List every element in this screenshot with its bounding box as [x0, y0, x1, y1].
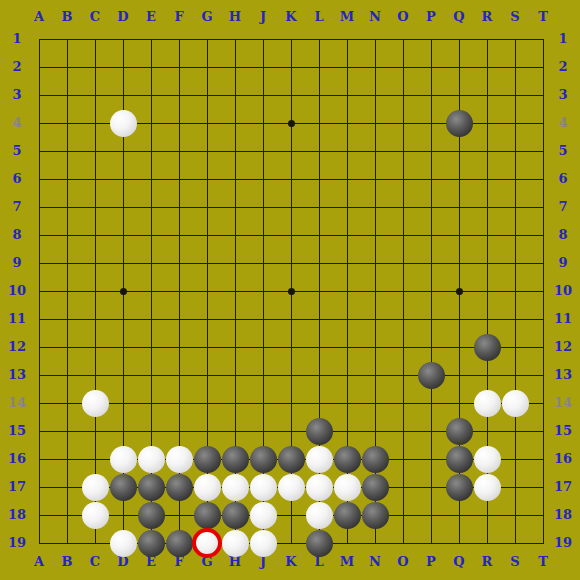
- intersection-L6[interactable]: [305, 165, 333, 193]
- intersection-R8[interactable]: [473, 221, 501, 249]
- intersection-R9[interactable]: [473, 249, 501, 277]
- intersection-T1[interactable]: [529, 25, 557, 53]
- intersection-D9[interactable]: [109, 249, 137, 277]
- intersection-T3[interactable]: [529, 81, 557, 109]
- intersection-K9[interactable]: [277, 249, 305, 277]
- intersection-B12[interactable]: [53, 333, 81, 361]
- intersection-Q4[interactable]: [445, 109, 473, 137]
- intersection-E9[interactable]: [137, 249, 165, 277]
- intersection-D13[interactable]: [109, 361, 137, 389]
- intersection-Q12[interactable]: [445, 333, 473, 361]
- intersection-S12[interactable]: [501, 333, 529, 361]
- intersection-L8[interactable]: [305, 221, 333, 249]
- intersection-T4[interactable]: [529, 109, 557, 137]
- intersection-B1[interactable]: [53, 25, 81, 53]
- intersection-P7[interactable]: [417, 193, 445, 221]
- intersection-E14[interactable]: [137, 389, 165, 417]
- intersection-T5[interactable]: [529, 137, 557, 165]
- intersection-T15[interactable]: [529, 417, 557, 445]
- intersection-S6[interactable]: [501, 165, 529, 193]
- intersection-L11[interactable]: [305, 305, 333, 333]
- intersection-G11[interactable]: [193, 305, 221, 333]
- intersection-H9[interactable]: [221, 249, 249, 277]
- intersection-H1[interactable]: [221, 25, 249, 53]
- intersection-S5[interactable]: [501, 137, 529, 165]
- intersection-D2[interactable]: [109, 53, 137, 81]
- intersection-H15[interactable]: [221, 417, 249, 445]
- intersection-O16[interactable]: [389, 445, 417, 473]
- intersection-D12[interactable]: [109, 333, 137, 361]
- intersection-E8[interactable]: [137, 221, 165, 249]
- intersection-S19[interactable]: [501, 529, 529, 557]
- intersection-P1[interactable]: [417, 25, 445, 53]
- intersection-O18[interactable]: [389, 501, 417, 529]
- intersection-F9[interactable]: [165, 249, 193, 277]
- intersection-K12[interactable]: [277, 333, 305, 361]
- intersection-C15[interactable]: [81, 417, 109, 445]
- intersection-A14[interactable]: [25, 389, 53, 417]
- intersection-O17[interactable]: [389, 473, 417, 501]
- intersection-A13[interactable]: [25, 361, 53, 389]
- intersection-C13[interactable]: [81, 361, 109, 389]
- intersection-N4[interactable]: [361, 109, 389, 137]
- intersection-L12[interactable]: [305, 333, 333, 361]
- intersection-B8[interactable]: [53, 221, 81, 249]
- intersection-S10[interactable]: [501, 277, 529, 305]
- intersection-M17[interactable]: [333, 473, 361, 501]
- intersection-N16[interactable]: [361, 445, 389, 473]
- intersection-D6[interactable]: [109, 165, 137, 193]
- intersection-R5[interactable]: [473, 137, 501, 165]
- intersection-B3[interactable]: [53, 81, 81, 109]
- intersection-N8[interactable]: [361, 221, 389, 249]
- intersection-B14[interactable]: [53, 389, 81, 417]
- intersection-K18[interactable]: [277, 501, 305, 529]
- intersection-S16[interactable]: [501, 445, 529, 473]
- intersection-B18[interactable]: [53, 501, 81, 529]
- intersection-N12[interactable]: [361, 333, 389, 361]
- intersection-E2[interactable]: [137, 53, 165, 81]
- intersection-Q8[interactable]: [445, 221, 473, 249]
- intersection-L15[interactable]: [305, 417, 333, 445]
- intersection-E16[interactable]: [137, 445, 165, 473]
- intersection-C6[interactable]: [81, 165, 109, 193]
- intersection-N10[interactable]: [361, 277, 389, 305]
- intersection-O3[interactable]: [389, 81, 417, 109]
- intersection-Q10[interactable]: [445, 277, 473, 305]
- intersection-H12[interactable]: [221, 333, 249, 361]
- intersection-D17[interactable]: [109, 473, 137, 501]
- intersection-B19[interactable]: [53, 529, 81, 557]
- intersection-F12[interactable]: [165, 333, 193, 361]
- intersection-S18[interactable]: [501, 501, 529, 529]
- intersection-F4[interactable]: [165, 109, 193, 137]
- intersection-D11[interactable]: [109, 305, 137, 333]
- intersection-P14[interactable]: [417, 389, 445, 417]
- intersection-S1[interactable]: [501, 25, 529, 53]
- intersection-F8[interactable]: [165, 221, 193, 249]
- intersection-G17[interactable]: [193, 473, 221, 501]
- intersection-O13[interactable]: [389, 361, 417, 389]
- intersection-L18[interactable]: [305, 501, 333, 529]
- intersection-Q13[interactable]: [445, 361, 473, 389]
- intersection-P3[interactable]: [417, 81, 445, 109]
- intersection-L13[interactable]: [305, 361, 333, 389]
- intersection-G10[interactable]: [193, 277, 221, 305]
- intersection-E17[interactable]: [137, 473, 165, 501]
- intersection-M16[interactable]: [333, 445, 361, 473]
- intersection-E13[interactable]: [137, 361, 165, 389]
- intersection-D3[interactable]: [109, 81, 137, 109]
- intersection-F13[interactable]: [165, 361, 193, 389]
- intersection-P13[interactable]: [417, 361, 445, 389]
- intersection-O6[interactable]: [389, 165, 417, 193]
- intersection-K6[interactable]: [277, 165, 305, 193]
- intersection-H10[interactable]: [221, 277, 249, 305]
- intersection-E7[interactable]: [137, 193, 165, 221]
- intersection-T12[interactable]: [529, 333, 557, 361]
- intersection-G12[interactable]: [193, 333, 221, 361]
- intersection-H17[interactable]: [221, 473, 249, 501]
- intersection-H6[interactable]: [221, 165, 249, 193]
- intersection-J16[interactable]: [249, 445, 277, 473]
- intersection-M6[interactable]: [333, 165, 361, 193]
- intersection-M14[interactable]: [333, 389, 361, 417]
- intersection-B2[interactable]: [53, 53, 81, 81]
- intersection-J17[interactable]: [249, 473, 277, 501]
- intersection-B10[interactable]: [53, 277, 81, 305]
- intersection-Q19[interactable]: [445, 529, 473, 557]
- intersection-J13[interactable]: [249, 361, 277, 389]
- intersection-P16[interactable]: [417, 445, 445, 473]
- intersection-K1[interactable]: [277, 25, 305, 53]
- intersection-J18[interactable]: [249, 501, 277, 529]
- intersection-F10[interactable]: [165, 277, 193, 305]
- intersection-L19[interactable]: [305, 529, 333, 557]
- intersection-K17[interactable]: [277, 473, 305, 501]
- intersection-D5[interactable]: [109, 137, 137, 165]
- intersection-P2[interactable]: [417, 53, 445, 81]
- intersection-H18[interactable]: [221, 501, 249, 529]
- intersection-T16[interactable]: [529, 445, 557, 473]
- intersection-M13[interactable]: [333, 361, 361, 389]
- intersection-Q17[interactable]: [445, 473, 473, 501]
- intersection-B15[interactable]: [53, 417, 81, 445]
- intersection-N14[interactable]: [361, 389, 389, 417]
- intersection-S17[interactable]: [501, 473, 529, 501]
- intersection-P17[interactable]: [417, 473, 445, 501]
- intersection-Q6[interactable]: [445, 165, 473, 193]
- intersection-A9[interactable]: [25, 249, 53, 277]
- intersection-D10[interactable]: [109, 277, 137, 305]
- intersection-T9[interactable]: [529, 249, 557, 277]
- intersection-C12[interactable]: [81, 333, 109, 361]
- intersection-A11[interactable]: [25, 305, 53, 333]
- intersection-L16[interactable]: [305, 445, 333, 473]
- intersection-C18[interactable]: [81, 501, 109, 529]
- intersection-L14[interactable]: [305, 389, 333, 417]
- intersection-L2[interactable]: [305, 53, 333, 81]
- intersection-P12[interactable]: [417, 333, 445, 361]
- intersection-B6[interactable]: [53, 165, 81, 193]
- intersection-O7[interactable]: [389, 193, 417, 221]
- intersection-M12[interactable]: [333, 333, 361, 361]
- intersection-Q14[interactable]: [445, 389, 473, 417]
- intersection-T8[interactable]: [529, 221, 557, 249]
- intersection-H2[interactable]: [221, 53, 249, 81]
- intersection-H16[interactable]: [221, 445, 249, 473]
- intersection-A12[interactable]: [25, 333, 53, 361]
- intersection-A6[interactable]: [25, 165, 53, 193]
- intersection-S7[interactable]: [501, 193, 529, 221]
- intersection-F3[interactable]: [165, 81, 193, 109]
- intersection-L4[interactable]: [305, 109, 333, 137]
- intersection-T7[interactable]: [529, 193, 557, 221]
- intersection-K14[interactable]: [277, 389, 305, 417]
- intersection-A18[interactable]: [25, 501, 53, 529]
- intersection-S2[interactable]: [501, 53, 529, 81]
- intersection-R4[interactable]: [473, 109, 501, 137]
- intersection-L5[interactable]: [305, 137, 333, 165]
- intersection-K3[interactable]: [277, 81, 305, 109]
- intersection-D8[interactable]: [109, 221, 137, 249]
- intersection-E12[interactable]: [137, 333, 165, 361]
- intersection-J7[interactable]: [249, 193, 277, 221]
- intersection-Q7[interactable]: [445, 193, 473, 221]
- intersection-H8[interactable]: [221, 221, 249, 249]
- intersection-Q3[interactable]: [445, 81, 473, 109]
- intersection-D14[interactable]: [109, 389, 137, 417]
- intersection-M7[interactable]: [333, 193, 361, 221]
- intersection-Q11[interactable]: [445, 305, 473, 333]
- intersection-O19[interactable]: [389, 529, 417, 557]
- intersection-E11[interactable]: [137, 305, 165, 333]
- intersection-G14[interactable]: [193, 389, 221, 417]
- intersection-J14[interactable]: [249, 389, 277, 417]
- intersection-A15[interactable]: [25, 417, 53, 445]
- intersection-G2[interactable]: [193, 53, 221, 81]
- intersection-S13[interactable]: [501, 361, 529, 389]
- intersection-E19[interactable]: [137, 529, 165, 557]
- intersection-T14[interactable]: [529, 389, 557, 417]
- intersection-F18[interactable]: [165, 501, 193, 529]
- intersection-O1[interactable]: [389, 25, 417, 53]
- intersection-E6[interactable]: [137, 165, 165, 193]
- intersection-G19[interactable]: [193, 529, 221, 557]
- intersection-P11[interactable]: [417, 305, 445, 333]
- intersection-O10[interactable]: [389, 277, 417, 305]
- intersection-H11[interactable]: [221, 305, 249, 333]
- intersection-J12[interactable]: [249, 333, 277, 361]
- intersection-N3[interactable]: [361, 81, 389, 109]
- intersection-F16[interactable]: [165, 445, 193, 473]
- intersection-L7[interactable]: [305, 193, 333, 221]
- intersection-E1[interactable]: [137, 25, 165, 53]
- intersection-R3[interactable]: [473, 81, 501, 109]
- intersection-C16[interactable]: [81, 445, 109, 473]
- intersection-E18[interactable]: [137, 501, 165, 529]
- intersection-C8[interactable]: [81, 221, 109, 249]
- intersection-A1[interactable]: [25, 25, 53, 53]
- intersection-C17[interactable]: [81, 473, 109, 501]
- intersection-B7[interactable]: [53, 193, 81, 221]
- intersection-O14[interactable]: [389, 389, 417, 417]
- intersection-K10[interactable]: [277, 277, 305, 305]
- intersection-E15[interactable]: [137, 417, 165, 445]
- intersection-B16[interactable]: [53, 445, 81, 473]
- intersection-J4[interactable]: [249, 109, 277, 137]
- intersection-F1[interactable]: [165, 25, 193, 53]
- intersection-G1[interactable]: [193, 25, 221, 53]
- intersection-R16[interactable]: [473, 445, 501, 473]
- intersection-P18[interactable]: [417, 501, 445, 529]
- intersection-N9[interactable]: [361, 249, 389, 277]
- intersection-N1[interactable]: [361, 25, 389, 53]
- intersection-P19[interactable]: [417, 529, 445, 557]
- intersection-G5[interactable]: [193, 137, 221, 165]
- intersection-H4[interactable]: [221, 109, 249, 137]
- intersection-M19[interactable]: [333, 529, 361, 557]
- intersection-J3[interactable]: [249, 81, 277, 109]
- intersection-C5[interactable]: [81, 137, 109, 165]
- intersection-B5[interactable]: [53, 137, 81, 165]
- intersection-H3[interactable]: [221, 81, 249, 109]
- intersection-D16[interactable]: [109, 445, 137, 473]
- intersection-O4[interactable]: [389, 109, 417, 137]
- intersection-K15[interactable]: [277, 417, 305, 445]
- intersection-K19[interactable]: [277, 529, 305, 557]
- intersection-C7[interactable]: [81, 193, 109, 221]
- intersection-P10[interactable]: [417, 277, 445, 305]
- intersection-T13[interactable]: [529, 361, 557, 389]
- intersection-Q18[interactable]: [445, 501, 473, 529]
- intersection-H19[interactable]: [221, 529, 249, 557]
- intersection-J10[interactable]: [249, 277, 277, 305]
- intersection-M4[interactable]: [333, 109, 361, 137]
- intersection-E10[interactable]: [137, 277, 165, 305]
- intersection-D19[interactable]: [109, 529, 137, 557]
- intersection-G7[interactable]: [193, 193, 221, 221]
- intersection-O12[interactable]: [389, 333, 417, 361]
- intersection-B9[interactable]: [53, 249, 81, 277]
- intersection-R14[interactable]: [473, 389, 501, 417]
- intersection-J19[interactable]: [249, 529, 277, 557]
- intersection-C1[interactable]: [81, 25, 109, 53]
- intersection-A2[interactable]: [25, 53, 53, 81]
- intersection-Q15[interactable]: [445, 417, 473, 445]
- intersection-L3[interactable]: [305, 81, 333, 109]
- intersection-O9[interactable]: [389, 249, 417, 277]
- intersection-L9[interactable]: [305, 249, 333, 277]
- intersection-N19[interactable]: [361, 529, 389, 557]
- intersection-T2[interactable]: [529, 53, 557, 81]
- intersection-O2[interactable]: [389, 53, 417, 81]
- intersection-B17[interactable]: [53, 473, 81, 501]
- intersection-G4[interactable]: [193, 109, 221, 137]
- intersection-Q5[interactable]: [445, 137, 473, 165]
- intersection-A5[interactable]: [25, 137, 53, 165]
- intersection-N17[interactable]: [361, 473, 389, 501]
- intersection-M15[interactable]: [333, 417, 361, 445]
- intersection-F15[interactable]: [165, 417, 193, 445]
- intersection-G8[interactable]: [193, 221, 221, 249]
- intersection-G6[interactable]: [193, 165, 221, 193]
- intersection-B4[interactable]: [53, 109, 81, 137]
- intersection-Q9[interactable]: [445, 249, 473, 277]
- intersection-F7[interactable]: [165, 193, 193, 221]
- intersection-G13[interactable]: [193, 361, 221, 389]
- intersection-G16[interactable]: [193, 445, 221, 473]
- intersection-R10[interactable]: [473, 277, 501, 305]
- intersection-N7[interactable]: [361, 193, 389, 221]
- intersection-K8[interactable]: [277, 221, 305, 249]
- intersection-F5[interactable]: [165, 137, 193, 165]
- intersection-T19[interactable]: [529, 529, 557, 557]
- intersection-K7[interactable]: [277, 193, 305, 221]
- intersection-L10[interactable]: [305, 277, 333, 305]
- intersection-R11[interactable]: [473, 305, 501, 333]
- intersection-F14[interactable]: [165, 389, 193, 417]
- intersection-N6[interactable]: [361, 165, 389, 193]
- intersection-C11[interactable]: [81, 305, 109, 333]
- intersection-R15[interactable]: [473, 417, 501, 445]
- intersection-O5[interactable]: [389, 137, 417, 165]
- intersection-E5[interactable]: [137, 137, 165, 165]
- intersection-J15[interactable]: [249, 417, 277, 445]
- intersection-A4[interactable]: [25, 109, 53, 137]
- intersection-J8[interactable]: [249, 221, 277, 249]
- intersection-O11[interactable]: [389, 305, 417, 333]
- intersection-C3[interactable]: [81, 81, 109, 109]
- intersection-T11[interactable]: [529, 305, 557, 333]
- intersection-O15[interactable]: [389, 417, 417, 445]
- intersection-P4[interactable]: [417, 109, 445, 137]
- intersection-M3[interactable]: [333, 81, 361, 109]
- intersection-O8[interactable]: [389, 221, 417, 249]
- intersection-D18[interactable]: [109, 501, 137, 529]
- intersection-A17[interactable]: [25, 473, 53, 501]
- intersection-P6[interactable]: [417, 165, 445, 193]
- intersection-L17[interactable]: [305, 473, 333, 501]
- intersection-F11[interactable]: [165, 305, 193, 333]
- intersection-T17[interactable]: [529, 473, 557, 501]
- intersection-A19[interactable]: [25, 529, 53, 557]
- intersection-T10[interactable]: [529, 277, 557, 305]
- intersection-S3[interactable]: [501, 81, 529, 109]
- intersection-F6[interactable]: [165, 165, 193, 193]
- intersection-R7[interactable]: [473, 193, 501, 221]
- intersection-S9[interactable]: [501, 249, 529, 277]
- intersection-M8[interactable]: [333, 221, 361, 249]
- intersection-Q1[interactable]: [445, 25, 473, 53]
- intersection-N5[interactable]: [361, 137, 389, 165]
- intersection-N2[interactable]: [361, 53, 389, 81]
- intersection-C19[interactable]: [81, 529, 109, 557]
- intersection-N15[interactable]: [361, 417, 389, 445]
- intersection-R18[interactable]: [473, 501, 501, 529]
- intersection-H14[interactable]: [221, 389, 249, 417]
- intersection-M10[interactable]: [333, 277, 361, 305]
- intersection-S15[interactable]: [501, 417, 529, 445]
- intersection-J2[interactable]: [249, 53, 277, 81]
- intersection-K5[interactable]: [277, 137, 305, 165]
- intersection-J11[interactable]: [249, 305, 277, 333]
- intersection-P9[interactable]: [417, 249, 445, 277]
- intersection-J9[interactable]: [249, 249, 277, 277]
- intersection-A3[interactable]: [25, 81, 53, 109]
- intersection-G3[interactable]: [193, 81, 221, 109]
- intersection-F2[interactable]: [165, 53, 193, 81]
